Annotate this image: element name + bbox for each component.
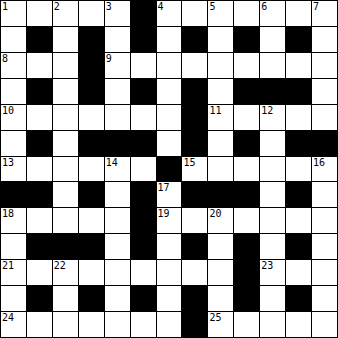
- block-cell-r7c11: [286, 182, 311, 207]
- cell-r10c4[interactable]: [105, 260, 130, 285]
- cell-r5c6[interactable]: [157, 131, 182, 156]
- cell-r0c0[interactable]: 1: [1, 1, 26, 26]
- cell-r8c3[interactable]: [79, 208, 104, 233]
- cell-r10c2[interactable]: 22: [53, 260, 78, 285]
- block-cell-r5c9: [234, 131, 259, 156]
- cell-r7c10[interactable]: [260, 182, 285, 207]
- cell-r8c11[interactable]: [286, 208, 311, 233]
- cell-r0c10[interactable]: 6: [260, 1, 285, 26]
- cell-r11c10[interactable]: [260, 286, 285, 311]
- block-cell-r2c3: [79, 53, 104, 78]
- block-cell-r9c2: [53, 234, 78, 259]
- block-cell-r7c3: [79, 182, 104, 207]
- cell-r9c8[interactable]: [208, 234, 233, 259]
- cell-r12c5[interactable]: [131, 312, 156, 337]
- block-cell-r7c5: [131, 182, 156, 207]
- block-cell-r3c11: [286, 79, 311, 104]
- cell-r6c5[interactable]: [131, 157, 156, 182]
- cell-r8c12[interactable]: [312, 208, 337, 233]
- cell-r12c1[interactable]: [27, 312, 52, 337]
- cell-r0c4[interactable]: 3: [105, 1, 130, 26]
- cell-r4c11[interactable]: [286, 105, 311, 130]
- cell-r4c2[interactable]: [53, 105, 78, 130]
- cell-r12c4[interactable]: [105, 312, 130, 337]
- clue-number-18: 18: [2, 208, 14, 220]
- cell-r12c9[interactable]: [234, 312, 259, 337]
- cell-r2c8[interactable]: [208, 53, 233, 78]
- cell-r4c12[interactable]: [312, 105, 337, 130]
- cell-r12c6[interactable]: [157, 312, 182, 337]
- cell-r2c6[interactable]: [157, 53, 182, 78]
- cell-r3c6[interactable]: [157, 79, 182, 104]
- block-cell-r4c7: [182, 105, 207, 130]
- clue-number-20: 20: [209, 208, 221, 220]
- cell-r6c3[interactable]: [79, 157, 104, 182]
- block-cell-r7c9: [234, 182, 259, 207]
- cell-r12c12[interactable]: [312, 312, 337, 337]
- cell-r1c10[interactable]: [260, 27, 285, 52]
- clue-number-22: 22: [54, 260, 66, 272]
- cell-r4c4[interactable]: [105, 105, 130, 130]
- cell-r7c4[interactable]: [105, 182, 130, 207]
- block-cell-r11c7: [182, 286, 207, 311]
- cell-r10c3[interactable]: [79, 260, 104, 285]
- cell-r4c3[interactable]: [79, 105, 104, 130]
- cell-r6c0[interactable]: 13: [1, 157, 26, 182]
- clue-number-12: 12: [261, 105, 273, 117]
- cell-r2c2[interactable]: [53, 53, 78, 78]
- cell-r10c11[interactable]: [286, 260, 311, 285]
- clue-number-16: 16: [313, 157, 325, 169]
- cell-r0c9[interactable]: [234, 1, 259, 26]
- block-cell-r7c1: [27, 182, 52, 207]
- block-cell-r0c5: [131, 1, 156, 26]
- clue-number-9: 9: [106, 53, 112, 65]
- cell-r12c11[interactable]: [286, 312, 311, 337]
- block-cell-r11c3: [79, 286, 104, 311]
- cell-r8c7[interactable]: [182, 208, 207, 233]
- block-cell-r5c4: [105, 131, 130, 156]
- clue-number-23: 23: [261, 260, 273, 272]
- cell-r4c8[interactable]: 11: [208, 105, 233, 130]
- cell-r10c6[interactable]: [157, 260, 182, 285]
- block-cell-r1c11: [286, 27, 311, 52]
- clue-number-10: 10: [2, 105, 14, 117]
- clue-number-13: 13: [2, 157, 14, 169]
- cell-r8c9[interactable]: [234, 208, 259, 233]
- block-cell-r1c5: [131, 27, 156, 52]
- block-cell-r5c7: [182, 131, 207, 156]
- clue-number-19: 19: [158, 208, 170, 220]
- block-cell-r5c5: [131, 131, 156, 156]
- clue-number-7: 7: [313, 1, 319, 13]
- block-cell-r1c1: [27, 27, 52, 52]
- cell-r4c10[interactable]: 12: [260, 105, 285, 130]
- cell-r3c12[interactable]: [312, 79, 337, 104]
- clue-number-1: 1: [2, 1, 8, 13]
- clue-number-21: 21: [2, 260, 14, 272]
- block-cell-r9c1: [27, 234, 52, 259]
- block-cell-r5c12: [312, 131, 337, 156]
- block-cell-r3c10: [260, 79, 285, 104]
- clue-number-5: 5: [209, 1, 215, 13]
- cell-r11c4[interactable]: [105, 286, 130, 311]
- cell-r4c9[interactable]: [234, 105, 259, 130]
- cell-r12c2[interactable]: [53, 312, 78, 337]
- cell-r2c7[interactable]: [182, 53, 207, 78]
- cell-r1c12[interactable]: [312, 27, 337, 52]
- cell-r10c7[interactable]: [182, 260, 207, 285]
- cell-r5c0[interactable]: [1, 131, 26, 156]
- block-cell-r3c7: [182, 79, 207, 104]
- cell-r6c2[interactable]: [53, 157, 78, 182]
- cell-r11c0[interactable]: [1, 286, 26, 311]
- block-cell-r9c11: [286, 234, 311, 259]
- cell-r2c5[interactable]: [131, 53, 156, 78]
- block-cell-r3c9: [234, 79, 259, 104]
- clue-number-14: 14: [106, 157, 118, 169]
- cell-r3c0[interactable]: [1, 79, 26, 104]
- cell-r5c2[interactable]: [53, 131, 78, 156]
- cell-r11c6[interactable]: [157, 286, 182, 311]
- cell-r2c11[interactable]: [286, 53, 311, 78]
- cell-r0c6[interactable]: 4: [157, 1, 182, 26]
- cell-r9c10[interactable]: [260, 234, 285, 259]
- clue-number-2: 2: [54, 1, 60, 13]
- cell-r3c4[interactable]: [105, 79, 130, 104]
- cell-r7c12[interactable]: [312, 182, 337, 207]
- block-cell-r9c3: [79, 234, 104, 259]
- block-cell-r9c9: [234, 234, 259, 259]
- clue-number-17: 17: [158, 182, 170, 194]
- cell-r10c0[interactable]: 21: [1, 260, 26, 285]
- cell-r6c10[interactable]: [260, 157, 285, 182]
- block-cell-r11c9: [234, 286, 259, 311]
- cell-r4c0[interactable]: 10: [1, 105, 26, 130]
- cell-r4c6[interactable]: [157, 105, 182, 130]
- cell-r9c4[interactable]: [105, 234, 130, 259]
- block-cell-r3c3: [79, 79, 104, 104]
- cell-r3c8[interactable]: [208, 79, 233, 104]
- cell-r6c8[interactable]: [208, 157, 233, 182]
- clue-number-11: 11: [209, 105, 221, 117]
- block-cell-r5c1: [27, 131, 52, 156]
- clue-number-15: 15: [183, 157, 195, 169]
- cell-r1c2[interactable]: [53, 27, 78, 52]
- block-cell-r1c3: [79, 27, 104, 52]
- cell-r11c8[interactable]: [208, 286, 233, 311]
- cell-r7c2[interactable]: [53, 182, 78, 207]
- crossword-grid: 1234567891011121314151617181920212223242…: [0, 0, 338, 338]
- cell-r10c5[interactable]: [131, 260, 156, 285]
- cell-r10c10[interactable]: 23: [260, 260, 285, 285]
- cell-r2c1[interactable]: [27, 53, 52, 78]
- cell-r2c4[interactable]: 9: [105, 53, 130, 78]
- cell-r1c4[interactable]: [105, 27, 130, 52]
- cell-r1c0[interactable]: [1, 27, 26, 52]
- cell-r8c8[interactable]: 20: [208, 208, 233, 233]
- block-cell-r3c1: [27, 79, 52, 104]
- block-cell-r1c9: [234, 27, 259, 52]
- cell-r3c2[interactable]: [53, 79, 78, 104]
- block-cell-r5c11: [286, 131, 311, 156]
- cell-r8c0[interactable]: 18: [1, 208, 26, 233]
- cell-r9c12[interactable]: [312, 234, 337, 259]
- cell-r11c12[interactable]: [312, 286, 337, 311]
- cell-r6c1[interactable]: [27, 157, 52, 182]
- cell-r1c6[interactable]: [157, 27, 182, 52]
- cell-r5c8[interactable]: [208, 131, 233, 156]
- clue-number-25: 25: [209, 312, 221, 324]
- cell-r4c1[interactable]: [27, 105, 52, 130]
- cell-r8c2[interactable]: [53, 208, 78, 233]
- block-cell-r11c5: [131, 286, 156, 311]
- cell-r2c12[interactable]: [312, 53, 337, 78]
- block-cell-r10c9: [234, 260, 259, 285]
- cell-r0c8[interactable]: 5: [208, 1, 233, 26]
- cell-r0c11[interactable]: [286, 1, 311, 26]
- cell-r5c10[interactable]: [260, 131, 285, 156]
- cell-r1c8[interactable]: [208, 27, 233, 52]
- cell-r12c3[interactable]: [79, 312, 104, 337]
- block-cell-r11c11: [286, 286, 311, 311]
- cell-r8c4[interactable]: [105, 208, 130, 233]
- block-cell-r7c7: [182, 182, 207, 207]
- block-cell-r5c3: [79, 131, 104, 156]
- cell-r8c10[interactable]: [260, 208, 285, 233]
- cell-r0c2[interactable]: 2: [53, 1, 78, 26]
- cell-r6c11[interactable]: [286, 157, 311, 182]
- clue-number-6: 6: [261, 1, 267, 13]
- cell-r10c8[interactable]: [208, 260, 233, 285]
- block-cell-r1c7: [182, 27, 207, 52]
- cell-r10c12[interactable]: [312, 260, 337, 285]
- cell-r9c0[interactable]: [1, 234, 26, 259]
- cell-r11c2[interactable]: [53, 286, 78, 311]
- cell-r8c6[interactable]: 19: [157, 208, 182, 233]
- block-cell-r9c5: [131, 234, 156, 259]
- cell-r0c3[interactable]: [79, 1, 104, 26]
- clue-number-4: 4: [158, 1, 164, 13]
- clue-number-24: 24: [2, 312, 14, 324]
- block-cell-r9c7: [182, 234, 207, 259]
- block-cell-r7c0: [1, 182, 26, 207]
- cell-r0c12[interactable]: 7: [312, 1, 337, 26]
- cell-r6c4[interactable]: 14: [105, 157, 130, 182]
- cell-r6c7[interactable]: 15: [182, 157, 207, 182]
- cell-r12c0[interactable]: 24: [1, 312, 26, 337]
- cell-r2c9[interactable]: [234, 53, 259, 78]
- block-cell-r7c8: [208, 182, 233, 207]
- cell-r2c10[interactable]: [260, 53, 285, 78]
- cell-r9c6[interactable]: [157, 234, 182, 259]
- cell-r0c7[interactable]: [182, 1, 207, 26]
- block-cell-r12c7: [182, 312, 207, 337]
- cell-r6c12[interactable]: 16: [312, 157, 337, 182]
- clue-number-8: 8: [2, 53, 8, 65]
- clue-number-3: 3: [106, 1, 112, 13]
- cell-r10c1[interactable]: [27, 260, 52, 285]
- cell-r7c6[interactable]: 17: [157, 182, 182, 207]
- block-cell-r3c5: [131, 79, 156, 104]
- cell-r0c1[interactable]: [27, 1, 52, 26]
- cell-r2c0[interactable]: 8: [1, 53, 26, 78]
- cell-r8c1[interactable]: [27, 208, 52, 233]
- block-cell-r8c5: [131, 208, 156, 233]
- cell-r12c8[interactable]: 25: [208, 312, 233, 337]
- block-cell-r6c6: [157, 157, 182, 182]
- cell-r4c5[interactable]: [131, 105, 156, 130]
- cell-r12c10[interactable]: [260, 312, 285, 337]
- cell-r6c9[interactable]: [234, 157, 259, 182]
- block-cell-r11c1: [27, 286, 52, 311]
